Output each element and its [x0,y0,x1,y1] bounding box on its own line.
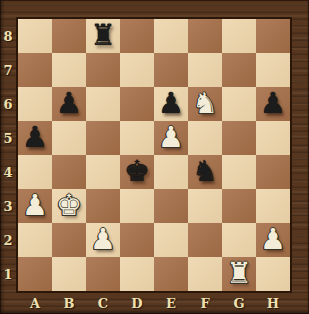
rank-labels: 87654321 [0,19,16,291]
file-label-h: H [256,293,290,313]
piece-black-pawn-b6: ♟ [52,87,86,121]
square-g7[interactable] [222,53,256,87]
square-b6[interactable]: ♟ [52,87,86,121]
square-b7[interactable] [52,53,86,87]
square-e4[interactable] [154,155,188,189]
square-c7[interactable] [86,53,120,87]
square-e2[interactable] [154,223,188,257]
square-a3[interactable]: ♟ [18,189,52,223]
square-b3[interactable]: ♚ [52,189,86,223]
square-e5[interactable]: ♟ [154,121,188,155]
square-f5[interactable] [188,121,222,155]
square-h4[interactable] [256,155,290,189]
rank-label-3: 3 [0,189,16,223]
piece-black-rook-c8: ♜ [86,19,120,53]
square-h5[interactable] [256,121,290,155]
square-f3[interactable] [188,189,222,223]
square-b5[interactable] [52,121,86,155]
square-f7[interactable] [188,53,222,87]
square-g5[interactable] [222,121,256,155]
square-d8[interactable] [120,19,154,53]
file-label-g: G [222,293,256,313]
square-a8[interactable] [18,19,52,53]
square-a4[interactable] [18,155,52,189]
rank-label-7: 7 [0,53,16,87]
square-d2[interactable] [120,223,154,257]
square-h6[interactable]: ♟ [256,87,290,121]
square-a1[interactable] [18,257,52,291]
square-f1[interactable] [188,257,222,291]
square-e8[interactable] [154,19,188,53]
file-label-e: E [154,293,188,313]
piece-white-knight-f6: ♞ [188,87,222,121]
square-h2[interactable]: ♟ [256,223,290,257]
square-c4[interactable] [86,155,120,189]
square-c1[interactable] [86,257,120,291]
file-labels: ABCDEFGH [18,293,290,313]
square-f6[interactable]: ♞ [188,87,222,121]
square-f4[interactable]: ♞ [188,155,222,189]
piece-black-king-d4: ♚ [120,155,154,189]
square-h7[interactable] [256,53,290,87]
piece-black-knight-f4: ♞ [188,155,222,189]
square-e7[interactable] [154,53,188,87]
square-c3[interactable] [86,189,120,223]
square-c6[interactable] [86,87,120,121]
piece-white-pawn-h2: ♟ [256,223,290,257]
file-label-c: C [86,293,120,313]
square-h3[interactable] [256,189,290,223]
square-a7[interactable] [18,53,52,87]
piece-black-pawn-h6: ♟ [256,87,290,121]
piece-white-king-b3: ♚ [52,189,86,223]
rank-label-1: 1 [0,257,16,291]
rank-label-6: 6 [0,87,16,121]
file-label-f: F [188,293,222,313]
square-e6[interactable]: ♟ [154,87,188,121]
square-a2[interactable] [18,223,52,257]
square-c8[interactable]: ♜ [86,19,120,53]
file-label-b: B [52,293,86,313]
square-b1[interactable] [52,257,86,291]
piece-black-pawn-a5: ♟ [18,121,52,155]
square-d4[interactable]: ♚ [120,155,154,189]
square-d1[interactable] [120,257,154,291]
square-a5[interactable]: ♟ [18,121,52,155]
square-e1[interactable] [154,257,188,291]
square-g4[interactable] [222,155,256,189]
square-f8[interactable] [188,19,222,53]
rank-label-5: 5 [0,121,16,155]
square-f2[interactable] [188,223,222,257]
rank-label-2: 2 [0,223,16,257]
square-g6[interactable] [222,87,256,121]
square-g1[interactable]: ♜ [222,257,256,291]
square-c2[interactable]: ♟ [86,223,120,257]
file-label-d: D [120,293,154,313]
square-h8[interactable] [256,19,290,53]
square-d6[interactable] [120,87,154,121]
square-b8[interactable] [52,19,86,53]
square-d5[interactable] [120,121,154,155]
piece-white-pawn-a3: ♟ [18,189,52,223]
square-d7[interactable] [120,53,154,87]
square-e3[interactable] [154,189,188,223]
square-b2[interactable] [52,223,86,257]
square-h1[interactable] [256,257,290,291]
square-c5[interactable] [86,121,120,155]
square-g3[interactable] [222,189,256,223]
piece-black-pawn-e6: ♟ [154,87,188,121]
chess-board: ♜♟♟♞♟♟♟♚♞♟♚♟♟♜ [16,17,292,293]
square-g2[interactable] [222,223,256,257]
file-label-a: A [18,293,52,313]
square-a6[interactable] [18,87,52,121]
square-b4[interactable] [52,155,86,189]
piece-white-pawn-c2: ♟ [86,223,120,257]
rank-label-8: 8 [0,19,16,53]
piece-white-rook-g1: ♜ [222,257,256,291]
square-g8[interactable] [222,19,256,53]
rank-label-4: 4 [0,155,16,189]
board-frame: 87654321 ABCDEFGH ♜♟♟♞♟♟♟♚♞♟♚♟♟♜ [0,0,309,314]
square-d3[interactable] [120,189,154,223]
piece-white-pawn-e5: ♟ [154,121,188,155]
